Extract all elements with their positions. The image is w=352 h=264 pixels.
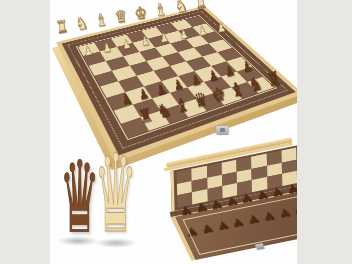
board-clasp — [216, 126, 229, 134]
folded-chess-board: ♟♟♟♟♟♟♟♟ ♟♟♟♟♟♟♟♟ — [158, 138, 318, 264]
folded-board-clasp — [255, 243, 266, 250]
background-margin-right — [297, 0, 352, 264]
white-queen: ♛ — [114, 7, 129, 26]
white-knight: ♞ — [74, 14, 89, 33]
white-bishop: ♝ — [94, 11, 109, 30]
main-board-inner-line — [76, 15, 277, 140]
product-photo-canvas: ♜♞♝♛♚♝♞♜ ♟♟♟♟♟♟♟♟ ♟♟♟♟♟♟♟♟ ♜♞♝♛♚♝♞♜ ♛ ♛ … — [0, 0, 352, 264]
background-margin-left — [0, 0, 50, 264]
folded-board-body: ♟♟♟♟♟♟♟♟ ♟♟♟♟♟♟♟♟ — [160, 137, 311, 263]
loose-light-queen: ♛ — [94, 140, 138, 248]
white-rook: ♜ — [55, 18, 70, 37]
